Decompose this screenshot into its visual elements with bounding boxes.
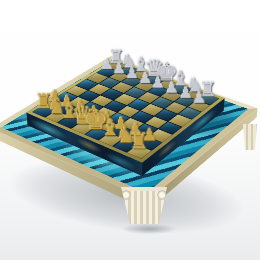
chess-set-photo: ♜♞♝♛♚♝♞♜♟♟♟♟♟♟♟♟♟♟♟♟♟♟♟♟♜♞♝♛♚♝♞♜	[0, 0, 260, 260]
right-corner-leg	[243, 124, 257, 150]
chess-board: ♜♞♝♛♚♝♞♜♟♟♟♟♟♟♟♟♟♟♟♟♟♟♟♟♜♞♝♛♚♝♞♜	[0, 56, 258, 200]
piece-silver-pawn[interactable]: ♟	[184, 90, 214, 106]
piece-brass-rook[interactable]: ♜	[123, 130, 156, 152]
front-leg-shadow	[112, 222, 186, 236]
